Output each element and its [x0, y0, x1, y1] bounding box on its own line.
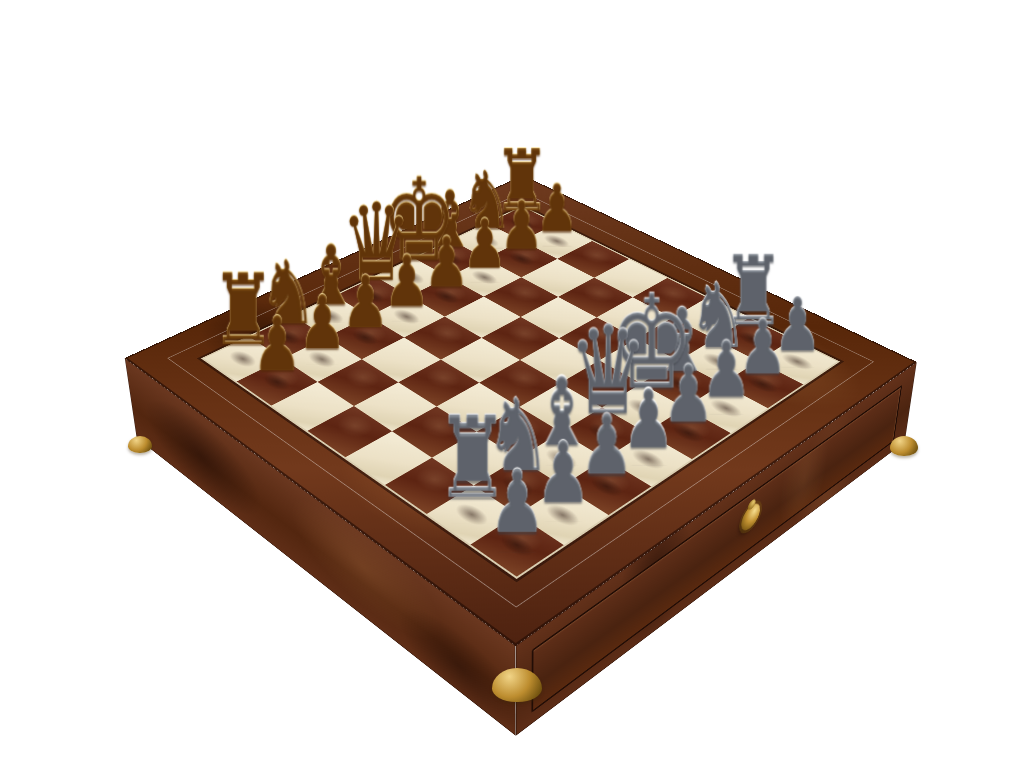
- chess-box-top: ♜♜♞♞♝♝♛♛♚♚♝♝♞♞♜♜♟♟♟♟♟♟♟♟♟♟♟♟♟♟♟♟♜♜♞♞♝♝♛♛…: [125, 175, 917, 645]
- box-foot-near: [492, 668, 542, 702]
- piece-gold-pawn-a7[interactable]: ♟♟: [243, 306, 311, 382]
- piece-silver-pawn-a1[interactable]: ♟♟: [478, 458, 556, 545]
- product-photo-scene: ♜♜♞♞♝♝♛♛♚♚♝♝♞♞♜♜♟♟♟♟♟♟♟♟♟♟♟♟♟♟♟♟♜♜♞♞♝♝♛♛…: [0, 0, 1024, 780]
- silver-pawn-glyph: ♟: [478, 458, 556, 545]
- gold-pawn-glyph: ♟: [243, 306, 311, 382]
- box-foot-left: [128, 436, 152, 453]
- drawer-knob[interactable]: [740, 499, 761, 535]
- box-foot-right: [890, 436, 918, 456]
- chess-box-stage: ♜♜♞♞♝♝♛♛♚♚♝♝♞♞♜♜♟♟♟♟♟♟♟♟♟♟♟♟♟♟♟♟♜♜♞♞♝♝♛♛…: [240, 80, 800, 640]
